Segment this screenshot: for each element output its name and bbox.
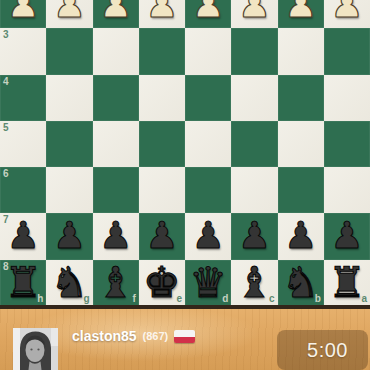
- square-b8[interactable]: b♞: [278, 260, 324, 306]
- black-rook[interactable]: ♜: [0, 260, 46, 306]
- square-h5[interactable]: 5: [0, 121, 46, 167]
- square-d5[interactable]: [185, 121, 231, 167]
- black-pawn[interactable]: ♟: [46, 213, 92, 259]
- black-knight[interactable]: ♞: [46, 260, 92, 306]
- black-pawn[interactable]: ♟: [231, 213, 277, 259]
- square-e7[interactable]: ♟: [139, 213, 185, 259]
- player-info[interactable]: claston85 (867): [72, 329, 195, 343]
- square-d4[interactable]: [185, 75, 231, 121]
- black-rook[interactable]: ♜: [324, 260, 370, 306]
- square-g8[interactable]: g♞: [46, 260, 92, 306]
- square-h2[interactable]: 2♟: [0, 0, 46, 28]
- square-g2[interactable]: ♟: [46, 0, 92, 28]
- square-a8[interactable]: a♜: [324, 260, 370, 306]
- black-pawn[interactable]: ♟: [324, 213, 370, 259]
- rank-label-6: 6: [3, 169, 9, 179]
- black-pawn[interactable]: ♟: [278, 213, 324, 259]
- square-f2[interactable]: ♟: [93, 0, 139, 28]
- square-g7[interactable]: ♟: [46, 213, 92, 259]
- rank-label-5: 5: [3, 123, 9, 133]
- white-pawn[interactable]: ♟: [46, 0, 92, 28]
- square-g5[interactable]: [46, 121, 92, 167]
- white-pawn[interactable]: ♟: [93, 0, 139, 28]
- black-pawn[interactable]: ♟: [0, 213, 46, 259]
- square-e4[interactable]: [139, 75, 185, 121]
- square-d8[interactable]: d♛: [185, 260, 231, 306]
- square-a6[interactable]: [324, 167, 370, 213]
- clock-time: 5:00: [307, 339, 348, 362]
- white-pawn[interactable]: ♟: [139, 0, 185, 28]
- chess-app-screen: 2♟♟♟♟♟♟♟♟34567♟♟♟♟♟♟♟♟8h♜g♞f♝e♚d♛c♝b♞a♜ …: [0, 0, 370, 370]
- square-e2[interactable]: ♟: [139, 0, 185, 28]
- square-d3[interactable]: [185, 28, 231, 74]
- square-f8[interactable]: f♝: [93, 260, 139, 306]
- square-b5[interactable]: [278, 121, 324, 167]
- square-h3[interactable]: 3: [0, 28, 46, 74]
- player-name: claston85: [72, 328, 137, 344]
- square-h4[interactable]: 4: [0, 75, 46, 121]
- square-c8[interactable]: c♝: [231, 260, 277, 306]
- black-bishop[interactable]: ♝: [231, 260, 277, 306]
- player-rating: (867): [143, 330, 169, 342]
- white-pawn[interactable]: ♟: [231, 0, 277, 28]
- square-a3[interactable]: [324, 28, 370, 74]
- player-avatar[interactable]: [13, 328, 58, 370]
- square-h8[interactable]: 8h♜: [0, 260, 46, 306]
- black-pawn[interactable]: ♟: [139, 213, 185, 259]
- square-b7[interactable]: ♟: [278, 213, 324, 259]
- square-e6[interactable]: [139, 167, 185, 213]
- white-pawn[interactable]: ♟: [278, 0, 324, 28]
- square-d7[interactable]: ♟: [185, 213, 231, 259]
- square-b2[interactable]: ♟: [278, 0, 324, 28]
- square-f6[interactable]: [93, 167, 139, 213]
- square-b3[interactable]: [278, 28, 324, 74]
- square-a7[interactable]: ♟: [324, 213, 370, 259]
- black-knight[interactable]: ♞: [278, 260, 324, 306]
- square-c5[interactable]: [231, 121, 277, 167]
- square-h7[interactable]: 7♟: [0, 213, 46, 259]
- square-a4[interactable]: [324, 75, 370, 121]
- square-a2[interactable]: ♟: [324, 0, 370, 28]
- square-c2[interactable]: ♟: [231, 0, 277, 28]
- square-f7[interactable]: ♟: [93, 213, 139, 259]
- square-d6[interactable]: [185, 167, 231, 213]
- rank-label-4: 4: [3, 77, 9, 87]
- square-b4[interactable]: [278, 75, 324, 121]
- square-c3[interactable]: [231, 28, 277, 74]
- square-e5[interactable]: [139, 121, 185, 167]
- square-g3[interactable]: [46, 28, 92, 74]
- black-pawn[interactable]: ♟: [93, 213, 139, 259]
- black-pawn[interactable]: ♟: [185, 213, 231, 259]
- square-e3[interactable]: [139, 28, 185, 74]
- poland-flag-icon: [174, 330, 195, 343]
- square-a5[interactable]: [324, 121, 370, 167]
- player-bar[interactable]: claston85 (867) 5:00: [0, 305, 370, 370]
- square-h6[interactable]: 6: [0, 167, 46, 213]
- square-c7[interactable]: ♟: [231, 213, 277, 259]
- white-pawn[interactable]: ♟: [185, 0, 231, 28]
- square-g4[interactable]: [46, 75, 92, 121]
- chess-board: 2♟♟♟♟♟♟♟♟34567♟♟♟♟♟♟♟♟8h♜g♞f♝e♚d♛c♝b♞a♜: [0, 0, 370, 306]
- square-c4[interactable]: [231, 75, 277, 121]
- avatar-portrait-image: [13, 328, 58, 370]
- square-d2[interactable]: ♟: [185, 0, 231, 28]
- black-bishop[interactable]: ♝: [93, 260, 139, 306]
- square-f3[interactable]: [93, 28, 139, 74]
- square-f5[interactable]: [93, 121, 139, 167]
- square-b6[interactable]: [278, 167, 324, 213]
- white-pawn[interactable]: ♟: [0, 0, 46, 28]
- black-king[interactable]: ♚: [139, 260, 185, 306]
- white-pawn[interactable]: ♟: [324, 0, 370, 28]
- player-clock: 5:00: [277, 330, 368, 370]
- square-f4[interactable]: [93, 75, 139, 121]
- black-queen[interactable]: ♛: [185, 260, 231, 306]
- square-g6[interactable]: [46, 167, 92, 213]
- square-e8[interactable]: e♚: [139, 260, 185, 306]
- rank-label-3: 3: [3, 30, 9, 40]
- square-c6[interactable]: [231, 167, 277, 213]
